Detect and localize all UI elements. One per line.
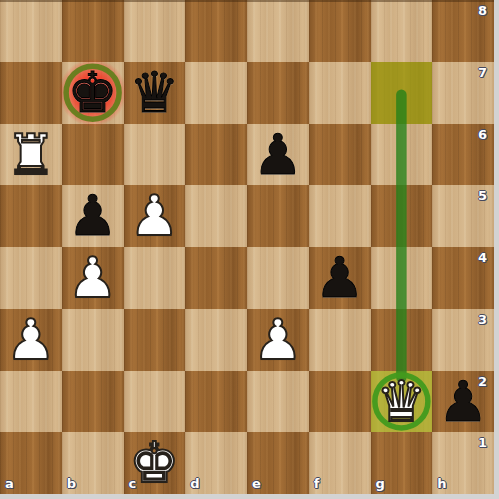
piece-black-pawn-h2[interactable]: ♟ bbox=[432, 371, 494, 433]
board-top-edge bbox=[0, 0, 494, 2]
pieces-layer: ♚♛♜♟♟♟♟♟♟♟♛♟♚ bbox=[0, 0, 494, 494]
piece-black-queen-c7[interactable]: ♛ bbox=[124, 62, 186, 124]
piece-white-king-c1[interactable]: ♚ bbox=[124, 432, 186, 494]
piece-white-rook-a6[interactable]: ♜ bbox=[0, 124, 62, 186]
piece-white-pawn-e3[interactable]: ♟ bbox=[247, 309, 309, 371]
piece-white-pawn-b4[interactable]: ♟ bbox=[62, 247, 124, 309]
chessboard-frame: 8765432abcdefgh1 ♚♛♜♟♟♟♟♟♟♟♛♟♚ bbox=[0, 0, 499, 499]
piece-white-queen-g2[interactable]: ♛ bbox=[371, 371, 433, 433]
piece-black-pawn-b5[interactable]: ♟ bbox=[62, 185, 124, 247]
piece-white-pawn-a3[interactable]: ♟ bbox=[0, 309, 62, 371]
piece-white-pawn-c5[interactable]: ♟ bbox=[124, 185, 186, 247]
piece-black-pawn-f4[interactable]: ♟ bbox=[309, 247, 371, 309]
piece-black-pawn-e6[interactable]: ♟ bbox=[247, 124, 309, 186]
chess-board: 8765432abcdefgh1 ♚♛♜♟♟♟♟♟♟♟♛♟♚ bbox=[0, 0, 494, 494]
piece-black-king-b7[interactable]: ♚ bbox=[62, 62, 124, 124]
